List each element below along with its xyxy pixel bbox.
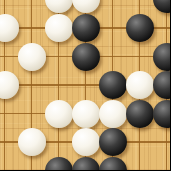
white-stone: ○ xyxy=(99,100,127,128)
black-stone: ● xyxy=(99,157,127,171)
white-stone: ○ xyxy=(45,0,73,13)
white-stone: ○ xyxy=(18,43,46,71)
white-stone: ○ xyxy=(45,100,73,128)
black-stone: ● xyxy=(126,100,154,128)
white-stone: ○ xyxy=(72,100,100,128)
black-stone: ● xyxy=(99,71,127,99)
white-stone: ○ xyxy=(0,71,19,99)
black-stone: ● xyxy=(72,14,100,42)
black-stone: ● xyxy=(72,157,100,171)
black-stone: ● xyxy=(126,14,154,42)
black-stone: ● xyxy=(72,43,100,71)
white-stone: ○ xyxy=(18,128,46,156)
white-stone: ○ xyxy=(72,128,100,156)
go-board[interactable]: ○○●○○●●○●●○●○●○○○●●○○●●●● xyxy=(0,0,170,170)
black-stone: ● xyxy=(45,157,73,171)
white-stone: ○ xyxy=(0,14,19,42)
black-stone: ● xyxy=(153,0,171,13)
black-stone: ● xyxy=(153,43,171,71)
white-stone: ○ xyxy=(45,14,73,42)
white-stone: ○ xyxy=(126,71,154,99)
black-stone: ● xyxy=(99,128,127,156)
white-stone: ○ xyxy=(72,0,100,13)
go-app-screen: ○○●○○●●○●●○●○●○○○●●○○●●●● xyxy=(0,0,170,170)
black-stone: ● xyxy=(153,100,171,128)
black-stone: ● xyxy=(153,71,171,99)
